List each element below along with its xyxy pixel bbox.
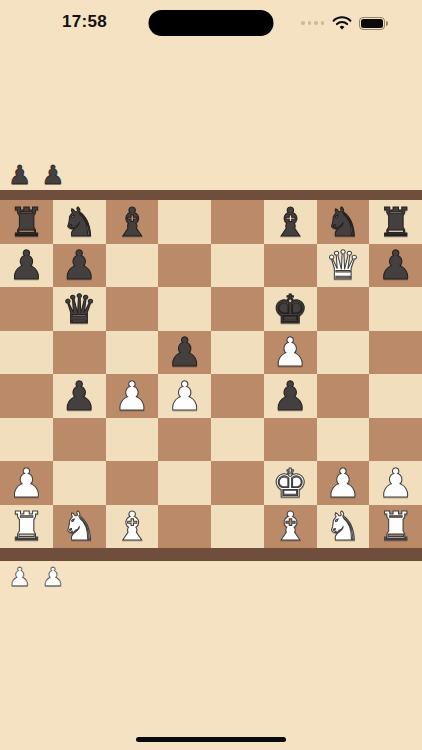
board-grid: ♜♞♝♝♞♜♟♟♛♟♛♚♟♟♟♟♟♟♟♚♟♟♜♞♝♝♞♜ xyxy=(0,200,422,548)
captured-black-pieces-tray: ♟♟ xyxy=(8,160,65,188)
piece-black-pawn[interactable]: ♟ xyxy=(167,332,203,372)
square-d2[interactable] xyxy=(158,461,211,505)
square-a1[interactable]: ♜ xyxy=(0,505,53,549)
square-a8[interactable]: ♜ xyxy=(0,200,53,244)
square-b8[interactable]: ♞ xyxy=(53,200,106,244)
square-h1[interactable]: ♜ xyxy=(369,505,422,549)
square-b3[interactable] xyxy=(53,418,106,462)
square-a6[interactable] xyxy=(0,287,53,331)
square-d5[interactable]: ♟ xyxy=(158,331,211,375)
captured-white-pieces-tray: ♟♟ xyxy=(8,562,65,590)
square-e4[interactable] xyxy=(211,374,264,418)
status-bar: 17:58 xyxy=(0,0,422,54)
piece-white-rook[interactable]: ♜ xyxy=(8,506,44,546)
piece-white-pawn[interactable]: ♟ xyxy=(325,463,361,503)
square-e8[interactable] xyxy=(211,200,264,244)
battery-icon xyxy=(359,17,385,30)
square-e6[interactable] xyxy=(211,287,264,331)
piece-white-rook[interactable]: ♜ xyxy=(378,506,414,546)
square-g2[interactable]: ♟ xyxy=(317,461,370,505)
square-a7[interactable]: ♟ xyxy=(0,244,53,288)
square-f5[interactable]: ♟ xyxy=(264,331,317,375)
square-g8[interactable]: ♞ xyxy=(317,200,370,244)
square-a4[interactable] xyxy=(0,374,53,418)
square-f2[interactable]: ♚ xyxy=(264,461,317,505)
square-e3[interactable] xyxy=(211,418,264,462)
piece-white-queen[interactable]: ♛ xyxy=(325,245,361,285)
square-f3[interactable] xyxy=(264,418,317,462)
piece-white-pawn[interactable]: ♟ xyxy=(167,376,203,416)
square-c4[interactable]: ♟ xyxy=(106,374,159,418)
square-a2[interactable]: ♟ xyxy=(0,461,53,505)
square-a3[interactable] xyxy=(0,418,53,462)
piece-black-pawn[interactable]: ♟ xyxy=(378,245,414,285)
square-e1[interactable] xyxy=(211,505,264,549)
piece-black-rook[interactable]: ♜ xyxy=(378,202,414,242)
chess-board: ♜♞♝♝♞♜♟♟♛♟♛♚♟♟♟♟♟♟♟♚♟♟♜♞♝♝♞♜ xyxy=(0,190,422,561)
wifi-icon xyxy=(332,16,352,31)
square-h5[interactable] xyxy=(369,331,422,375)
piece-white-king[interactable]: ♚ xyxy=(272,463,308,503)
piece-white-pawn[interactable]: ♟ xyxy=(378,463,414,503)
clock: 17:58 xyxy=(62,12,107,32)
square-c7[interactable] xyxy=(106,244,159,288)
piece-black-knight[interactable]: ♞ xyxy=(325,202,361,242)
square-c5[interactable] xyxy=(106,331,159,375)
square-f8[interactable]: ♝ xyxy=(264,200,317,244)
square-h6[interactable] xyxy=(369,287,422,331)
square-h2[interactable]: ♟ xyxy=(369,461,422,505)
square-g1[interactable]: ♞ xyxy=(317,505,370,549)
square-d1[interactable] xyxy=(158,505,211,549)
square-g5[interactable] xyxy=(317,331,370,375)
square-g7[interactable]: ♛ xyxy=(317,244,370,288)
square-g3[interactable] xyxy=(317,418,370,462)
piece-black-queen[interactable]: ♛ xyxy=(61,289,97,329)
piece-white-pawn[interactable]: ♟ xyxy=(8,463,44,503)
piece-white-pawn[interactable]: ♟ xyxy=(272,332,308,372)
square-e2[interactable] xyxy=(211,461,264,505)
home-indicator[interactable] xyxy=(136,737,286,742)
status-icons xyxy=(301,14,385,32)
piece-white-knight[interactable]: ♞ xyxy=(61,506,97,546)
square-b5[interactable] xyxy=(53,331,106,375)
piece-black-knight[interactable]: ♞ xyxy=(61,202,97,242)
square-h7[interactable]: ♟ xyxy=(369,244,422,288)
dynamic-island xyxy=(149,10,274,36)
square-d8[interactable] xyxy=(158,200,211,244)
piece-white-pawn[interactable]: ♟ xyxy=(114,376,150,416)
square-b1[interactable]: ♞ xyxy=(53,505,106,549)
square-e5[interactable] xyxy=(211,331,264,375)
captured-white-pawn: ♟ xyxy=(8,564,31,590)
square-d7[interactable] xyxy=(158,244,211,288)
board-border-bottom xyxy=(0,548,422,561)
square-d6[interactable] xyxy=(158,287,211,331)
square-f7[interactable] xyxy=(264,244,317,288)
square-h3[interactable] xyxy=(369,418,422,462)
square-c1[interactable]: ♝ xyxy=(106,505,159,549)
captured-black-pawn: ♟ xyxy=(41,162,64,188)
piece-black-pawn[interactable]: ♟ xyxy=(8,245,44,285)
square-b7[interactable]: ♟ xyxy=(53,244,106,288)
square-c6[interactable] xyxy=(106,287,159,331)
square-d3[interactable] xyxy=(158,418,211,462)
piece-white-bishop[interactable]: ♝ xyxy=(114,506,150,546)
square-f1[interactable]: ♝ xyxy=(264,505,317,549)
piece-black-rook[interactable]: ♜ xyxy=(8,202,44,242)
square-g4[interactable] xyxy=(317,374,370,418)
square-c3[interactable] xyxy=(106,418,159,462)
square-b6[interactable]: ♛ xyxy=(53,287,106,331)
square-f6[interactable]: ♚ xyxy=(264,287,317,331)
captured-black-pawn: ♟ xyxy=(8,162,31,188)
square-h8[interactable]: ♜ xyxy=(369,200,422,244)
square-b4[interactable]: ♟ xyxy=(53,374,106,418)
square-e7[interactable] xyxy=(211,244,264,288)
piece-black-pawn[interactable]: ♟ xyxy=(61,376,97,416)
piece-white-knight[interactable]: ♞ xyxy=(325,506,361,546)
square-h4[interactable] xyxy=(369,374,422,418)
piece-black-pawn[interactable]: ♟ xyxy=(272,376,308,416)
cellular-signal-dots-icon xyxy=(301,21,324,25)
piece-black-bishop[interactable]: ♝ xyxy=(114,202,150,242)
piece-black-king[interactable]: ♚ xyxy=(272,289,308,329)
square-c8[interactable]: ♝ xyxy=(106,200,159,244)
square-c2[interactable] xyxy=(106,461,159,505)
square-f4[interactable]: ♟ xyxy=(264,374,317,418)
square-d4[interactable]: ♟ xyxy=(158,374,211,418)
square-g6[interactable] xyxy=(317,287,370,331)
piece-white-bishop[interactable]: ♝ xyxy=(272,506,308,546)
piece-black-pawn[interactable]: ♟ xyxy=(61,245,97,285)
square-a5[interactable] xyxy=(0,331,53,375)
captured-white-pawn: ♟ xyxy=(41,564,64,590)
square-b2[interactable] xyxy=(53,461,106,505)
piece-black-bishop[interactable]: ♝ xyxy=(272,202,308,242)
